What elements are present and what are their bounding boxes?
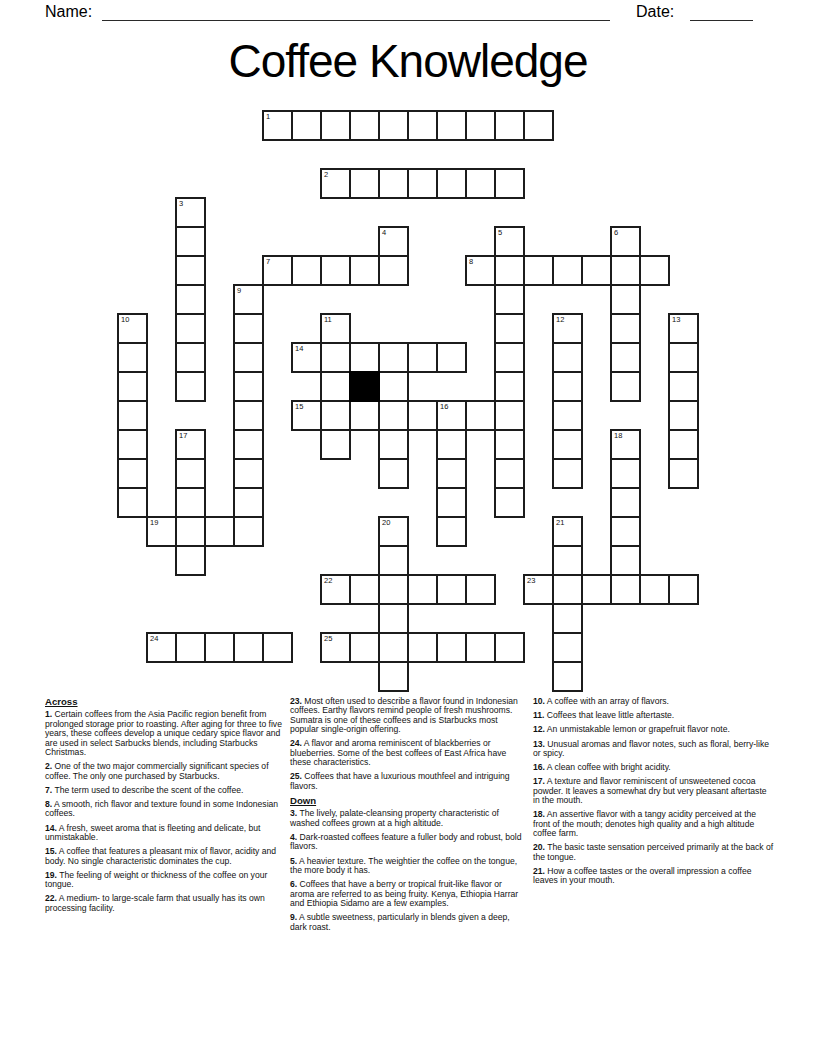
clue-num-label: 14. [45, 823, 57, 833]
grid-cell[interactable] [204, 632, 235, 663]
grid-cell[interactable] [552, 400, 583, 431]
grid-cell[interactable] [465, 574, 496, 605]
grid-cell[interactable] [117, 342, 148, 373]
grid-cell[interactable] [407, 632, 438, 663]
grid-cell[interactable] [349, 110, 380, 141]
clue-num-label: 5. [290, 856, 297, 866]
clue-num-label: 10. [533, 696, 545, 706]
grid-cell[interactable] [320, 255, 351, 286]
clue-num-label: 17. [533, 776, 545, 786]
grid-cell[interactable] [378, 255, 409, 286]
grid-cell[interactable] [378, 342, 409, 373]
clue-num-label: 23. [290, 696, 302, 706]
clue-across-23: 23. Most often used to describe a flavor… [290, 697, 526, 735]
grid-cell[interactable] [494, 284, 525, 315]
grid-cell[interactable] [610, 313, 641, 344]
grid-cell[interactable] [233, 429, 264, 460]
clue-down-13: 13. Unusual aromas and flavor notes, suc… [533, 740, 775, 759]
clue-num-label: 16. [533, 762, 545, 772]
clue-down-17: 17. A texture and flavor reminiscent of … [533, 777, 775, 805]
grid-cell[interactable]: 3 [175, 197, 206, 228]
name-fill-line [102, 3, 610, 21]
clue-number: 22 [324, 576, 332, 585]
grid-cell[interactable] [610, 255, 641, 286]
grid-cell[interactable] [552, 458, 583, 489]
grid-cell[interactable] [117, 458, 148, 489]
clue-num-label: 15. [45, 846, 57, 856]
clue-num-label: 25. [290, 771, 302, 781]
grid-cell[interactable] [465, 110, 496, 141]
clue-number: 5 [498, 228, 502, 237]
grid-cell[interactable]: 19 [146, 516, 177, 547]
grid-cell[interactable]: 9 [233, 284, 264, 315]
grid-cell[interactable] [494, 632, 525, 663]
grid-cell[interactable]: 15 [291, 400, 322, 431]
grid-cell[interactable] [262, 632, 293, 663]
clue-down-20: 20. The basic taste sensation perceived … [533, 843, 775, 862]
clue-down-18: 18. An assertive flavor with a tangy aci… [533, 810, 775, 838]
clue-number: 20 [382, 518, 390, 527]
clue-down-9: 9. A subtle sweetness, particularly in b… [290, 913, 526, 932]
grid-cell[interactable] [552, 632, 583, 663]
name-label: Name: [45, 3, 92, 21]
clue-number: 1 [266, 112, 270, 121]
grid-cell[interactable] [436, 110, 467, 141]
crossword-grid: 1234567891011121314151617181920212223242… [117, 110, 701, 694]
grid-cell[interactable] [436, 487, 467, 518]
clue-across-14: 14. A fresh, sweet aroma that is fleetin… [45, 824, 287, 843]
grid-cell[interactable]: 12 [552, 313, 583, 344]
grid-cell[interactable]: 17 [175, 429, 206, 460]
grid-cell[interactable] [552, 574, 583, 605]
grid-cell[interactable] [407, 110, 438, 141]
grid-cell[interactable] [610, 371, 641, 402]
grid-cell[interactable] [494, 313, 525, 344]
grid-cell[interactable] [175, 545, 206, 576]
grid-cell[interactable]: 25 [320, 632, 351, 663]
grid-cell[interactable] [378, 632, 409, 663]
clue-down-3: 3. The lively, palate-cleansing property… [290, 809, 526, 828]
grid-cell[interactable] [494, 342, 525, 373]
clue-number: 7 [266, 257, 270, 266]
grid-cell[interactable] [378, 603, 409, 634]
grid-cell[interactable] [320, 400, 351, 431]
grid-cell[interactable] [668, 458, 699, 489]
grid-cell[interactable] [175, 226, 206, 257]
grid-cell[interactable] [668, 342, 699, 373]
grid-cell[interactable] [349, 255, 380, 286]
grid-cell[interactable] [639, 255, 670, 286]
grid-cell[interactable]: 10 [117, 313, 148, 344]
grid-cell[interactable] [436, 168, 467, 199]
grid-cell[interactable]: 8 [465, 255, 496, 286]
grid-cell[interactable] [349, 574, 380, 605]
grid-cell[interactable] [349, 168, 380, 199]
grid-cell[interactable] [349, 400, 380, 431]
grid-cell[interactable] [117, 371, 148, 402]
grid-cell[interactable] [494, 458, 525, 489]
grid-cell[interactable] [233, 458, 264, 489]
clue-heading-across: Across [45, 697, 287, 706]
grid-cell[interactable] [610, 284, 641, 315]
grid-cell[interactable] [175, 255, 206, 286]
clue-heading-down: Down [290, 796, 526, 805]
grid-cell[interactable] [494, 168, 525, 199]
grid-cell[interactable] [233, 632, 264, 663]
clue-number: 14 [295, 344, 303, 353]
clue-across-8: 8. A smooth, rich flavor and texture fou… [45, 800, 287, 819]
grid-cell[interactable] [175, 371, 206, 402]
grid-cell[interactable] [233, 313, 264, 344]
grid-cell[interactable] [233, 371, 264, 402]
clue-number: 2 [324, 170, 328, 179]
clue-num-label: 21. [533, 866, 545, 876]
clue-num-label: 4. [290, 832, 297, 842]
grid-cell[interactable] [552, 342, 583, 373]
clue-down-10: 10. A coffee with an array of flavors. [533, 697, 775, 706]
grid-cell[interactable]: 11 [320, 313, 351, 344]
grid-cell[interactable] [407, 168, 438, 199]
grid-cell[interactable] [117, 400, 148, 431]
grid-cell[interactable]: 22 [320, 574, 351, 605]
clue-number: 18 [614, 431, 622, 440]
grid-cell[interactable] [494, 371, 525, 402]
grid-cell[interactable] [233, 516, 264, 547]
grid-cell[interactable]: 2 [320, 168, 351, 199]
grid-cell[interactable] [436, 632, 467, 663]
clue-number: 11 [324, 315, 332, 324]
grid-cell[interactable] [204, 516, 235, 547]
grid-cell[interactable] [117, 429, 148, 460]
grid-cell[interactable] [175, 632, 206, 663]
grid-cell[interactable] [436, 516, 467, 547]
clue-number: 4 [382, 228, 386, 237]
grid-cell[interactable] [378, 168, 409, 199]
grid-cell[interactable] [639, 574, 670, 605]
clue-num-label: 6. [290, 879, 297, 889]
grid-cell[interactable]: 6 [610, 226, 641, 257]
clue-number: 12 [556, 315, 564, 324]
grid-cell[interactable] [610, 516, 641, 547]
clue-num-label: 7. [45, 785, 52, 795]
grid-cell[interactable] [436, 458, 467, 489]
clue-number: 15 [295, 402, 303, 411]
grid-cell[interactable] [349, 342, 380, 373]
clues-column-3: 10. A coffee with an array of flavors.11… [533, 697, 775, 891]
grid-cell[interactable]: 5 [494, 226, 525, 257]
grid-cell[interactable] [436, 574, 467, 605]
clue-across-1: 1. Certain coffees from the Asia Pacific… [45, 710, 287, 757]
clue-down-4: 4. Dark-roasted coffees feature a fuller… [290, 833, 526, 852]
grid-cell[interactable] [581, 574, 612, 605]
clue-num-label: 8. [45, 799, 52, 809]
grid-cell[interactable] [378, 400, 409, 431]
grid-cell[interactable] [494, 255, 525, 286]
grid-cell[interactable] [668, 574, 699, 605]
grid-cell[interactable] [175, 458, 206, 489]
grid-cell[interactable] [378, 429, 409, 460]
grid-cell[interactable] [610, 487, 641, 518]
grid-cell[interactable] [291, 255, 322, 286]
clue-number: 24 [150, 634, 158, 643]
grid-cell[interactable] [494, 487, 525, 518]
grid-cell[interactable] [610, 342, 641, 373]
clue-num-label: 9. [290, 912, 297, 922]
clue-num-label: 1. [45, 709, 52, 719]
grid-cell[interactable] [378, 371, 409, 402]
clue-number: 8 [469, 257, 473, 266]
grid-cell[interactable] [233, 487, 264, 518]
grid-cell[interactable] [378, 110, 409, 141]
grid-cell[interactable]: 23 [523, 574, 554, 605]
clue-down-21: 21. How a coffee tastes or the overall i… [533, 867, 775, 886]
clue-num-label: 24. [290, 738, 302, 748]
clues-column-2: 23. Most often used to describe a flavor… [290, 697, 526, 937]
clue-num-label: 18. [533, 809, 545, 819]
clue-down-12: 12. An unmistakable lemon or grapefruit … [533, 725, 775, 734]
grid-cell[interactable] [465, 632, 496, 663]
clue-across-7: 7. The term used to describe the scent o… [45, 786, 287, 795]
page-title: Coffee Knowledge [0, 34, 816, 88]
grid-cell[interactable] [465, 168, 496, 199]
grid-cell[interactable] [552, 661, 583, 692]
grid-cell[interactable]: 24 [146, 632, 177, 663]
clue-across-25: 25. Coffees that have a luxurious mouthf… [290, 772, 526, 791]
clue-number: 19 [150, 518, 158, 527]
grid-cell[interactable] [610, 574, 641, 605]
clue-num-label: 12. [533, 724, 545, 734]
clue-across-19: 19. The feeling of weight or thickness o… [45, 871, 287, 890]
clue-num-label: 3. [290, 808, 297, 818]
clues-column-1: Across1. Certain coffees from the Asia P… [45, 697, 287, 918]
grid-cell[interactable] [320, 429, 351, 460]
grid-cell[interactable] [378, 574, 409, 605]
clue-down-11: 11. Coffees that leave little aftertaste… [533, 711, 775, 720]
grid-cell[interactable] [436, 429, 467, 460]
grid-cell[interactable] [175, 284, 206, 315]
grid-cell[interactable] [378, 545, 409, 576]
grid-cell[interactable]: 4 [378, 226, 409, 257]
grid-cell[interactable] [668, 371, 699, 402]
date-fill-line [690, 3, 753, 21]
clue-down-5: 5. A heavier texture. The weightier the … [290, 857, 526, 876]
grid-cell[interactable] [233, 342, 264, 373]
clue-across-15: 15. A coffee that features a pleasant mi… [45, 847, 287, 866]
grid-cell[interactable] [610, 458, 641, 489]
clue-number: 13 [672, 315, 680, 324]
clue-across-22: 22. A medium- to large-scale farm that u… [45, 894, 287, 913]
grid-cell[interactable] [117, 487, 148, 518]
grid-cell[interactable] [494, 429, 525, 460]
clue-number: 16 [440, 402, 448, 411]
grid-cell[interactable] [407, 400, 438, 431]
grid-cell[interactable] [291, 110, 322, 141]
grid-cell[interactable]: 18 [610, 429, 641, 460]
clue-across-24: 24. A flavor and aroma reminiscent of bl… [290, 739, 526, 767]
clue-num-label: 22. [45, 893, 57, 903]
grid-cell[interactable] [465, 400, 496, 431]
grid-cell[interactable] [320, 342, 351, 373]
clue-num-label: 11. [533, 710, 544, 720]
clue-num-label: 20. [533, 842, 545, 852]
grid-cell[interactable] [320, 110, 351, 141]
crossword-worksheet: { "header": { "name_label": "Name:", "da… [0, 0, 816, 1056]
grid-cell[interactable]: 21 [552, 516, 583, 547]
grid-cell[interactable] [668, 400, 699, 431]
grid-cell[interactable] [175, 313, 206, 344]
grid-cell[interactable] [581, 255, 612, 286]
grid-cell[interactable] [407, 574, 438, 605]
grid-cell[interactable] [436, 342, 467, 373]
grid-cell[interactable] [378, 661, 409, 692]
clue-num-label: 2. [45, 761, 52, 771]
grid-cell[interactable] [552, 429, 583, 460]
clue-number: 21 [556, 518, 564, 527]
black-cell [349, 371, 380, 402]
grid-cell[interactable]: 16 [436, 400, 467, 431]
grid-cell[interactable] [668, 429, 699, 460]
grid-cell[interactable] [552, 545, 583, 576]
grid-cell[interactable] [320, 371, 351, 402]
grid-cell[interactable] [523, 255, 554, 286]
grid-cell[interactable] [349, 632, 380, 663]
clue-down-6: 6. Coffees that have a berry or tropical… [290, 880, 526, 908]
clue-number: 17 [179, 431, 187, 440]
clue-num-label: 13. [533, 739, 545, 749]
clue-down-16: 16. A clean coffee with bright acidity. [533, 763, 775, 772]
grid-cell[interactable]: 13 [668, 313, 699, 344]
grid-cell[interactable] [552, 603, 583, 634]
clue-number: 6 [614, 228, 618, 237]
date-label: Date: [636, 3, 674, 21]
clue-number: 10 [121, 315, 129, 324]
grid-cell[interactable] [523, 110, 554, 141]
grid-cell[interactable] [175, 516, 206, 547]
grid-cell[interactable] [552, 255, 583, 286]
grid-cell[interactable] [378, 458, 409, 489]
grid-cell[interactable] [175, 342, 206, 373]
clue-number: 9 [237, 286, 241, 295]
clue-number: 3 [179, 199, 183, 208]
grid-cell[interactable] [610, 545, 641, 576]
grid-cell[interactable] [494, 110, 525, 141]
grid-cell[interactable] [407, 342, 438, 373]
clue-num-label: 19. [45, 870, 57, 880]
grid-cell[interactable] [552, 371, 583, 402]
clue-number: 25 [324, 634, 332, 643]
grid-cell[interactable]: 7 [262, 255, 293, 286]
clue-number: 23 [527, 576, 535, 585]
grid-cell[interactable] [233, 400, 264, 431]
grid-cell[interactable] [494, 400, 525, 431]
grid-cell[interactable]: 20 [378, 516, 409, 547]
grid-cell[interactable]: 1 [262, 110, 293, 141]
grid-cell[interactable] [175, 487, 206, 518]
clue-across-2: 2. One of the two major commercially sig… [45, 762, 287, 781]
grid-cell[interactable]: 14 [291, 342, 322, 373]
